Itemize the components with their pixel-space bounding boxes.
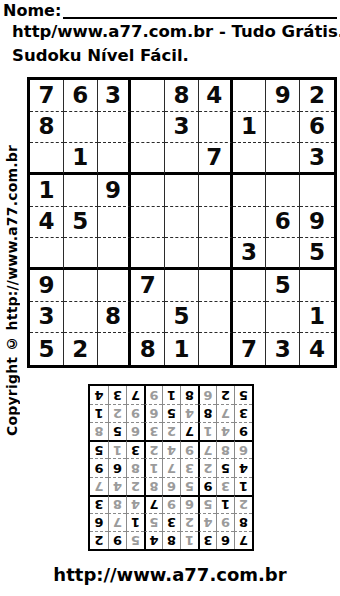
solution-cell-r1c7: 5 <box>126 531 144 549</box>
solution-cell-r1c9: 2 <box>90 531 108 549</box>
sudoku-cell-r6c9: 5 <box>300 238 334 270</box>
sudoku-cell-r6c6[interactable] <box>199 238 233 270</box>
sudoku-cell-r9c3[interactable] <box>98 333 132 365</box>
sudoku-cell-r8c2[interactable] <box>64 302 98 334</box>
sudoku-cell-r4c7[interactable] <box>233 175 267 207</box>
solution-cell-r2c8: 7 <box>108 513 126 531</box>
solution-cell-r8c8: 2 <box>108 404 126 422</box>
solution-cell-r6c1: 6 <box>234 440 252 458</box>
solution-cell-r5c9: 9 <box>90 458 108 476</box>
solution-cell-r9c8: 3 <box>108 386 126 404</box>
solution-cell-r5c7: 8 <box>126 458 144 476</box>
solution-cell-r6c8: 1 <box>108 440 126 458</box>
solution-cell-r1c1: 7 <box>234 531 252 549</box>
solution-cell-r6c6: 2 <box>144 440 162 458</box>
solution-cell-r1c4: 1 <box>180 531 198 549</box>
sudoku-cell-r8c4[interactable] <box>131 302 165 334</box>
solution-cell-r2c2: 9 <box>216 513 234 531</box>
solution-cell-r3c7: 4 <box>126 495 144 513</box>
solution-cell-r4c6: 8 <box>144 477 162 495</box>
solution-cell-r7c5: 2 <box>162 422 180 440</box>
solution-cell-r9c2: 2 <box>216 386 234 404</box>
solution-cell-r9c9: 4 <box>90 386 108 404</box>
solution-cell-r9c5: 1 <box>162 386 180 404</box>
sudoku-cell-r1c4[interactable] <box>131 80 165 112</box>
solution-cell-r4c3: 9 <box>198 477 216 495</box>
sudoku-cell-r4c4[interactable] <box>131 175 165 207</box>
sudoku-cell-r1c9: 2 <box>300 80 334 112</box>
solution-cell-r4c2: 3 <box>216 477 234 495</box>
sudoku-cell-r1c3: 3 <box>98 80 132 112</box>
sudoku-cell-r3c2: 1 <box>64 143 98 175</box>
solution-cell-r4c9: 7 <box>90 477 108 495</box>
sudoku-cell-r6c7: 3 <box>233 238 267 270</box>
solution-cell-r4c4: 5 <box>180 477 198 495</box>
solution-cell-r9c6: 9 <box>144 386 162 404</box>
solution-cell-r5c2: 5 <box>216 458 234 476</box>
sudoku-worksheet-page: Nome: http/www.a77.com.br - Tudo Grátis.… <box>0 0 340 596</box>
solution-cell-r6c4: 9 <box>180 440 198 458</box>
solution-cell-r3c9: 3 <box>90 495 108 513</box>
solution-cell-r1c6: 4 <box>144 531 162 549</box>
sudoku-cell-r7c9[interactable] <box>300 270 334 302</box>
solution-cell-r6c3: 7 <box>198 440 216 458</box>
sudoku-cell-r4c1: 1 <box>30 175 64 207</box>
solution-cell-r4c5: 6 <box>162 477 180 495</box>
solution-cell-r7c8: 5 <box>108 422 126 440</box>
solution-cell-r1c5: 8 <box>162 531 180 549</box>
sudoku-cell-r2c9: 6 <box>300 112 334 144</box>
solution-cell-r4c1: 1 <box>234 477 252 495</box>
solution-cell-r6c7: 3 <box>126 440 144 458</box>
solution-cell-r2c1: 8 <box>234 513 252 531</box>
solution-cell-r2c3: 4 <box>198 513 216 531</box>
solution-cell-r2c9: 6 <box>90 513 108 531</box>
solution-cell-r6c9: 5 <box>90 440 108 458</box>
sudoku-cell-r9c8: 3 <box>266 333 300 365</box>
name-label: Nome: <box>3 2 61 20</box>
sudoku-grid: 763849283161731945693597538515281734 <box>27 77 337 368</box>
sudoku-cell-r6c5[interactable] <box>165 238 199 270</box>
solution-cell-r5c6: 1 <box>144 458 162 476</box>
solution-cell-r3c4: 6 <box>180 495 198 513</box>
sudoku-cell-r6c8[interactable] <box>266 238 300 270</box>
solution-cell-r7c3: 1 <box>198 422 216 440</box>
solution-cell-r3c8: 8 <box>108 495 126 513</box>
sudoku-cell-r3c6: 7 <box>199 143 233 175</box>
sudoku-cell-r7c7[interactable] <box>233 270 267 302</box>
solution-cell-r8c6: 6 <box>144 404 162 422</box>
solution-cell-r1c2: 6 <box>216 531 234 549</box>
solution-cell-r9c7: 7 <box>126 386 144 404</box>
sudoku-cell-r7c1: 9 <box>30 270 64 302</box>
sudoku-cell-r2c4[interactable] <box>131 112 165 144</box>
sudoku-cell-r8c6[interactable] <box>199 302 233 334</box>
solution-cell-r2c4: 2 <box>180 513 198 531</box>
sudoku-cell-r7c2[interactable] <box>64 270 98 302</box>
solution-cell-r5c8: 6 <box>108 458 126 476</box>
sudoku-cell-r8c9: 1 <box>300 302 334 334</box>
solution-cell-r5c5: 7 <box>162 458 180 476</box>
sudoku-cell-r7c5[interactable] <box>165 270 199 302</box>
solution-cell-r2c5: 3 <box>162 513 180 531</box>
sudoku-cell-r4c6[interactable] <box>199 175 233 207</box>
sudoku-cell-r4c2[interactable] <box>64 175 98 207</box>
solution-cell-r3c1: 2 <box>234 495 252 513</box>
solution-cell-r7c1: 9 <box>234 422 252 440</box>
sudoku-cell-r7c6[interactable] <box>199 270 233 302</box>
solution-cell-r4c7: 2 <box>126 477 144 495</box>
solution-cell-r7c4: 7 <box>180 422 198 440</box>
solution-cell-r1c8: 9 <box>108 531 126 549</box>
sudoku-cell-r3c8[interactable] <box>266 143 300 175</box>
solution-cell-r9c1: 5 <box>234 386 252 404</box>
solution-cell-r3c6: 7 <box>144 495 162 513</box>
sudoku-cell-r2c2[interactable] <box>64 112 98 144</box>
solution-cell-r2c6: 5 <box>144 513 162 531</box>
sudoku-cell-r4c8[interactable] <box>266 175 300 207</box>
solution-cell-r6c5: 4 <box>162 440 180 458</box>
footer-url: http://www.a77.com.br <box>0 564 340 585</box>
sudoku-cell-r6c3[interactable] <box>98 238 132 270</box>
sudoku-cell-r7c4: 7 <box>131 270 165 302</box>
solution-cell-r7c7: 6 <box>126 422 144 440</box>
solution-cell-r9c3: 6 <box>198 386 216 404</box>
sudoku-cell-r9c5: 1 <box>165 333 199 365</box>
solution-cell-r3c3: 5 <box>198 495 216 513</box>
sudoku-cell-r6c2[interactable] <box>64 238 98 270</box>
solution-cell-r1c3: 3 <box>198 531 216 549</box>
solution-cell-r8c4: 4 <box>180 404 198 422</box>
sudoku-cell-r5c5[interactable] <box>165 207 199 239</box>
sudoku-cell-r8c8[interactable] <box>266 302 300 334</box>
sudoku-cell-r8c1: 3 <box>30 302 64 334</box>
solution-cell-r7c2: 4 <box>216 422 234 440</box>
sudoku-cell-r9c2: 2 <box>64 333 98 365</box>
sudoku-cell-r3c7[interactable] <box>233 143 267 175</box>
solution-cell-r3c2: 1 <box>216 495 234 513</box>
copyright-text: Copyright © http://www.a77.com.br <box>0 133 24 447</box>
sudoku-cell-r3c5[interactable] <box>165 143 199 175</box>
solution-cell-r8c5: 5 <box>162 404 180 422</box>
sudoku-cell-r2c3[interactable] <box>98 112 132 144</box>
sudoku-cell-r8c5: 5 <box>165 302 199 334</box>
sudoku-cell-r1c8: 9 <box>266 80 300 112</box>
sudoku-cell-r5c8: 6 <box>266 207 300 239</box>
solution-cell-r5c3: 2 <box>198 458 216 476</box>
solution-cell-r4c8: 4 <box>108 477 126 495</box>
solution-cell-r8c7: 9 <box>126 404 144 422</box>
sudoku-cell-r8c3: 8 <box>98 302 132 334</box>
sudoku-cell-r5c2: 5 <box>64 207 98 239</box>
sudoku-cell-r5c9: 9 <box>300 207 334 239</box>
sudoku-cell-r2c5: 3 <box>165 112 199 144</box>
sudoku-cell-r4c3: 9 <box>98 175 132 207</box>
sudoku-cell-r2c6[interactable] <box>199 112 233 144</box>
sudoku-cell-r3c3[interactable] <box>98 143 132 175</box>
sudoku-cell-r3c4[interactable] <box>131 143 165 175</box>
sudoku-cell-r2c8[interactable] <box>266 112 300 144</box>
sudoku-cell-r6c1[interactable] <box>30 238 64 270</box>
sudoku-cell-r7c8: 5 <box>266 270 300 302</box>
sudoku-cell-r9c9: 4 <box>300 333 334 365</box>
sudoku-cell-r8c7[interactable] <box>233 302 267 334</box>
sudoku-cell-r4c9[interactable] <box>300 175 334 207</box>
sudoku-cell-r9c1: 5 <box>30 333 64 365</box>
puzzle-level-title: Sudoku Nível Fácil. <box>12 46 189 65</box>
sudoku-cell-r5c4[interactable] <box>131 207 165 239</box>
sudoku-cell-r3c9: 3 <box>300 143 334 175</box>
sudoku-cell-r1c7[interactable] <box>233 80 267 112</box>
solution-cell-r6c2: 8 <box>216 440 234 458</box>
solution-cell-r9c4: 8 <box>180 386 198 404</box>
solution-cell-r8c1: 3 <box>234 404 252 422</box>
sudoku-cell-r9c4: 8 <box>131 333 165 365</box>
solution-cell-r8c2: 7 <box>216 404 234 422</box>
sudoku-cell-r1c1: 7 <box>30 80 64 112</box>
site-title: http/www.a77.com.br - Tudo Grátis. <box>12 22 340 41</box>
sudoku-cell-r1c6: 4 <box>199 80 233 112</box>
solution-cell-r3c5: 9 <box>162 495 180 513</box>
sudoku-cell-r6c4[interactable] <box>131 238 165 270</box>
sudoku-cell-r5c1: 4 <box>30 207 64 239</box>
sudoku-cell-r5c3[interactable] <box>98 207 132 239</box>
sudoku-cell-r3c1[interactable] <box>30 143 64 175</box>
solution-grid: 7631845928942351762156974831395682474523… <box>88 384 254 551</box>
name-input-line[interactable] <box>63 3 337 19</box>
sudoku-cell-r9c6[interactable] <box>199 333 233 365</box>
sudoku-cell-r2c7: 1 <box>233 112 267 144</box>
sudoku-cell-r4c5[interactable] <box>165 175 199 207</box>
solution-cell-r5c4: 3 <box>180 458 198 476</box>
solution-cell-r2c7: 1 <box>126 513 144 531</box>
solution-cell-r7c9: 8 <box>90 422 108 440</box>
sudoku-cell-r2c1: 8 <box>30 112 64 144</box>
solution-cell-r7c6: 3 <box>144 422 162 440</box>
name-row: Nome: <box>3 2 337 20</box>
solution-cell-r5c1: 4 <box>234 458 252 476</box>
sudoku-cell-r1c2: 6 <box>64 80 98 112</box>
sudoku-cell-r5c6[interactable] <box>199 207 233 239</box>
solution-cell-r8c9: 1 <box>90 404 108 422</box>
solution-cell-r8c3: 8 <box>198 404 216 422</box>
sudoku-cell-r7c3[interactable] <box>98 270 132 302</box>
sudoku-cell-r5c7[interactable] <box>233 207 267 239</box>
sudoku-cell-r9c7: 7 <box>233 333 267 365</box>
sudoku-cell-r1c5: 8 <box>165 80 199 112</box>
